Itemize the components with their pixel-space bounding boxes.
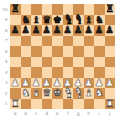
square-i6[interactable] <box>94 46 105 57</box>
square-h3[interactable]: ♟ <box>84 78 95 89</box>
square-i5[interactable] <box>94 57 105 68</box>
square-j5[interactable] <box>105 57 116 68</box>
square-h9[interactable]: ♝ <box>84 15 95 26</box>
square-e10[interactable] <box>52 4 63 15</box>
square-i2[interactable]: ♞ <box>94 88 105 99</box>
piece-black-rook: ♜ <box>105 4 116 15</box>
square-f1[interactable] <box>63 99 74 110</box>
piece-white-cardinal: ♝♞ <box>73 88 84 99</box>
piece-black-bishop: ♝ <box>31 15 42 26</box>
square-a9[interactable] <box>10 15 21 26</box>
file-label-f: f <box>63 110 74 118</box>
square-j4[interactable] <box>105 67 116 78</box>
square-d9[interactable]: ♛ <box>42 15 53 26</box>
piece-black-pawn: ♟ <box>31 25 42 36</box>
piece-white-pawn: ♟ <box>84 78 95 89</box>
square-f6[interactable] <box>63 46 74 57</box>
piece-black-cardinal: ♝♞ <box>73 15 84 26</box>
rank-label-7: 7 <box>0 36 9 47</box>
square-f7[interactable] <box>63 36 74 47</box>
piece-black-pawn: ♟ <box>21 25 32 36</box>
square-a5[interactable] <box>10 57 21 68</box>
rank-label-5: 5 <box>0 57 9 68</box>
square-b9[interactable]: ♞ <box>21 15 32 26</box>
square-f4[interactable] <box>63 67 74 78</box>
square-e6[interactable] <box>52 46 63 57</box>
square-j6[interactable] <box>105 46 116 57</box>
piece-black-pawn: ♟ <box>105 25 116 36</box>
square-j3[interactable]: ♟ <box>105 78 116 89</box>
square-d8[interactable]: ♟ <box>42 25 53 36</box>
square-c7[interactable] <box>31 36 42 47</box>
piece-white-pawn: ♟ <box>105 78 116 89</box>
piece-black-pawn: ♟ <box>73 25 84 36</box>
square-h6[interactable] <box>84 46 95 57</box>
square-b1[interactable] <box>21 99 32 110</box>
square-h4[interactable] <box>84 67 95 78</box>
square-c8[interactable]: ♟ <box>31 25 42 36</box>
square-g6[interactable] <box>73 46 84 57</box>
square-i1[interactable] <box>94 99 105 110</box>
file-label-e: e <box>52 110 63 118</box>
piece-black-marshal: ♜♞ <box>63 15 74 26</box>
square-d1[interactable] <box>42 99 53 110</box>
square-h5[interactable] <box>84 57 95 68</box>
piece-black-knight: ♞ <box>94 15 105 26</box>
square-a4[interactable] <box>10 67 21 78</box>
piece-black-pawn: ♟ <box>42 25 53 36</box>
piece-black-pawn: ♟ <box>84 25 95 36</box>
square-b6[interactable] <box>21 46 32 57</box>
file-label-a: a <box>10 110 21 118</box>
piece-white-pawn: ♟ <box>31 78 42 89</box>
file-label-j: j <box>105 110 116 118</box>
rank-label-4: 4 <box>0 67 9 78</box>
square-i8[interactable]: ♟ <box>94 25 105 36</box>
square-c2[interactable]: ♝ <box>31 88 42 99</box>
square-i9[interactable]: ♞ <box>94 15 105 26</box>
square-e4[interactable] <box>52 67 63 78</box>
square-c10[interactable] <box>31 4 42 15</box>
square-b8[interactable]: ♟ <box>21 25 32 36</box>
piece-white-knight: ♞ <box>21 88 32 99</box>
square-g10[interactable] <box>73 4 84 15</box>
square-b5[interactable] <box>21 57 32 68</box>
square-a8[interactable]: ♟ <box>10 25 21 36</box>
piece-black-pawn: ♟ <box>63 25 74 36</box>
piece-white-pawn: ♟ <box>42 78 53 89</box>
piece-white-pawn: ♟ <box>94 78 105 89</box>
square-a3[interactable]: ♟ <box>10 78 21 89</box>
square-a6[interactable] <box>10 46 21 57</box>
piece-white-rook: ♜ <box>105 99 116 110</box>
piece-white-marshal: ♜♞ <box>63 88 74 99</box>
square-a10[interactable]: ♜ <box>10 4 21 15</box>
square-j8[interactable]: ♟ <box>105 25 116 36</box>
piece-white-pawn: ♟ <box>73 78 84 89</box>
square-g2[interactable]: ♝♞ <box>73 88 84 99</box>
square-f5[interactable] <box>63 57 74 68</box>
square-f9[interactable]: ♜♞ <box>63 15 74 26</box>
square-b7[interactable] <box>21 36 32 47</box>
piece-black-pawn: ♟ <box>10 25 21 36</box>
square-i4[interactable] <box>94 67 105 78</box>
square-a2[interactable] <box>10 88 21 99</box>
file-labels: abcdefghij <box>10 110 115 118</box>
piece-white-bishop: ♝ <box>84 88 95 99</box>
square-e1[interactable] <box>52 99 63 110</box>
rank-label-2: 2 <box>0 88 9 99</box>
file-label-g: g <box>73 110 84 118</box>
file-label-b: b <box>21 110 32 118</box>
square-f2[interactable]: ♜♞ <box>63 88 74 99</box>
square-c4[interactable] <box>31 67 42 78</box>
square-g4[interactable] <box>73 67 84 78</box>
square-e2[interactable]: ♚ <box>52 88 63 99</box>
square-b4[interactable] <box>21 67 32 78</box>
square-g7[interactable] <box>73 36 84 47</box>
square-g3[interactable]: ♟ <box>73 78 84 89</box>
square-c5[interactable] <box>31 57 42 68</box>
piece-white-rook: ♜ <box>10 99 21 110</box>
square-h1[interactable] <box>84 99 95 110</box>
square-f3[interactable]: ♟ <box>63 78 74 89</box>
piece-white-pawn: ♟ <box>21 78 32 89</box>
square-g9[interactable]: ♝♞ <box>73 15 84 26</box>
square-d4[interactable] <box>42 67 53 78</box>
square-e7[interactable] <box>52 36 63 47</box>
square-c3[interactable]: ♟ <box>31 78 42 89</box>
square-g5[interactable] <box>73 57 84 68</box>
square-d10[interactable] <box>42 4 53 15</box>
square-d3[interactable]: ♟ <box>42 78 53 89</box>
rank-labels: 10987654321 <box>0 4 9 109</box>
square-d7[interactable] <box>42 36 53 47</box>
piece-black-rook: ♜ <box>10 4 21 15</box>
file-label-c: c <box>31 110 42 118</box>
rank-label-10: 10 <box>0 4 9 15</box>
file-label-h: h <box>84 110 95 118</box>
square-b10[interactable] <box>21 4 32 15</box>
square-d5[interactable] <box>42 57 53 68</box>
square-i7[interactable] <box>94 36 105 47</box>
square-j7[interactable] <box>105 36 116 47</box>
square-i3[interactable]: ♟ <box>94 78 105 89</box>
square-c1[interactable] <box>31 99 42 110</box>
rank-label-1: 1 <box>0 99 9 110</box>
square-j10[interactable]: ♜ <box>105 4 116 15</box>
square-i10[interactable] <box>94 4 105 15</box>
square-a7[interactable] <box>10 36 21 47</box>
square-h2[interactable]: ♝ <box>84 88 95 99</box>
square-h7[interactable] <box>84 36 95 47</box>
square-f8[interactable]: ♟ <box>63 25 74 36</box>
piece-black-pawn: ♟ <box>94 25 105 36</box>
piece-black-king: ♚ <box>52 15 63 26</box>
piece-black-bishop: ♝ <box>84 15 95 26</box>
square-f10[interactable] <box>63 4 74 15</box>
square-c9[interactable]: ♝ <box>31 15 42 26</box>
piece-white-pawn: ♟ <box>52 78 63 89</box>
piece-black-pawn: ♟ <box>52 25 63 36</box>
piece-white-king: ♚ <box>52 88 63 99</box>
square-d2[interactable]: ♛ <box>42 88 53 99</box>
square-j9[interactable] <box>105 15 116 26</box>
square-g8[interactable]: ♟ <box>73 25 84 36</box>
square-h10[interactable] <box>84 4 95 15</box>
piece-black-knight: ♞ <box>21 15 32 26</box>
chess-board: ♜♜♞♝♛♚♜♞♝♞♝♞♟♟♟♟♟♟♟♟♟♟♟♟♟♟♟♟♟♟♟♟♞♝♛♚♜♞♝♞… <box>10 4 115 109</box>
piece-black-queen: ♛ <box>42 15 53 26</box>
square-j1[interactable]: ♜ <box>105 99 116 110</box>
piece-white-pawn: ♟ <box>63 78 74 89</box>
square-b3[interactable]: ♟ <box>21 78 32 89</box>
rank-label-6: 6 <box>0 46 9 57</box>
square-h8[interactable]: ♟ <box>84 25 95 36</box>
square-b2[interactable]: ♞ <box>21 88 32 99</box>
rank-label-3: 3 <box>0 78 9 89</box>
piece-white-knight: ♞ <box>94 88 105 99</box>
square-e9[interactable]: ♚ <box>52 15 63 26</box>
square-d6[interactable] <box>42 46 53 57</box>
square-a1[interactable]: ♜ <box>10 99 21 110</box>
square-c6[interactable] <box>31 46 42 57</box>
piece-white-queen: ♛ <box>42 88 53 99</box>
square-e8[interactable]: ♟ <box>52 25 63 36</box>
square-e5[interactable] <box>52 57 63 68</box>
rank-label-8: 8 <box>0 25 9 36</box>
rank-label-9: 9 <box>0 15 9 26</box>
piece-white-bishop: ♝ <box>31 88 42 99</box>
square-g1[interactable] <box>73 99 84 110</box>
square-e3[interactable]: ♟ <box>52 78 63 89</box>
square-j2[interactable] <box>105 88 116 99</box>
file-label-i: i <box>94 110 105 118</box>
file-label-d: d <box>42 110 53 118</box>
piece-white-pawn: ♟ <box>10 78 21 89</box>
